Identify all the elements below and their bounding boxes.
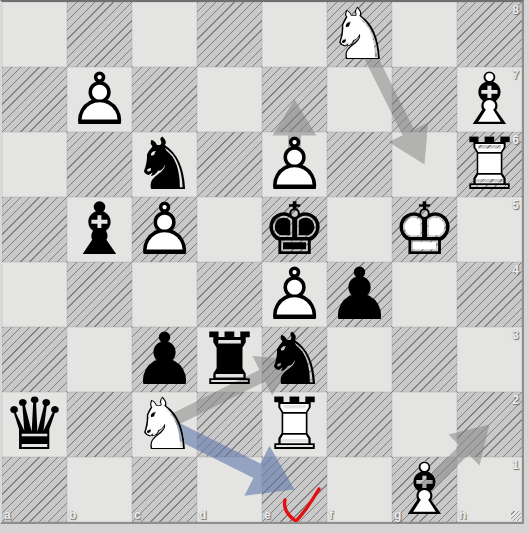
square-c8[interactable] xyxy=(132,2,197,67)
piece-glyph: ♔ xyxy=(392,197,457,262)
square-h5[interactable]: 5 xyxy=(457,197,522,262)
piece-glyph: ♘ xyxy=(327,2,392,67)
file-label-a: a xyxy=(4,508,11,522)
square-g1[interactable]: g♝♗ xyxy=(392,457,457,522)
square-c1[interactable]: c xyxy=(132,457,197,522)
white-knight[interactable]: ♞♘ xyxy=(327,2,392,67)
square-d5[interactable] xyxy=(197,197,262,262)
square-a8[interactable] xyxy=(2,2,67,67)
piece-glyph: ♖ xyxy=(457,132,522,197)
square-a6[interactable] xyxy=(2,132,67,197)
square-d3[interactable]: ♜ xyxy=(197,327,262,392)
file-label-e: e xyxy=(264,508,271,522)
resize-grip[interactable] xyxy=(511,511,521,521)
piece-glyph: ♛ xyxy=(2,392,67,457)
square-g5[interactable]: ♚♔ xyxy=(392,197,457,262)
white-king[interactable]: ♚♔ xyxy=(392,197,457,262)
square-f1[interactable]: f xyxy=(327,457,392,522)
white-knight[interactable]: ♞♘ xyxy=(132,392,197,457)
square-f2[interactable] xyxy=(327,392,392,457)
file-label-d: d xyxy=(199,508,206,522)
rank-label-1: 1 xyxy=(512,458,519,472)
square-g3[interactable] xyxy=(392,327,457,392)
square-g4[interactable] xyxy=(392,262,457,327)
square-c5[interactable]: ♟♙ xyxy=(132,197,197,262)
square-h4[interactable]: 4 xyxy=(457,262,522,327)
square-f4[interactable]: ♟ xyxy=(327,262,392,327)
board-frame: ♞♘8♟♙7♝♗♞♟♙6♜♖♝♟♙♚♚♔5♟♙♟4♟♜♞3♛♞♘♜♖2abcde… xyxy=(0,0,524,524)
square-d7[interactable] xyxy=(197,67,262,132)
square-d6[interactable] xyxy=(197,132,262,197)
square-e1[interactable]: e xyxy=(262,457,327,522)
piece-glyph: ♖ xyxy=(262,392,327,457)
square-a7[interactable] xyxy=(2,67,67,132)
square-b1[interactable]: b xyxy=(67,457,132,522)
file-label-f: f xyxy=(329,508,333,522)
square-b5[interactable]: ♝ xyxy=(67,197,132,262)
square-b7[interactable]: ♟♙ xyxy=(67,67,132,132)
square-f3[interactable] xyxy=(327,327,392,392)
square-h3[interactable]: 3 xyxy=(457,327,522,392)
square-e8[interactable] xyxy=(262,2,327,67)
white-pawn[interactable]: ♟♙ xyxy=(132,197,197,262)
rank-label-2: 2 xyxy=(512,393,519,407)
square-d8[interactable] xyxy=(197,2,262,67)
piece-glyph: ♗ xyxy=(392,457,457,522)
black-bishop[interactable]: ♝ xyxy=(67,197,132,262)
file-label-b: b xyxy=(69,508,76,522)
rank-label-8: 8 xyxy=(512,3,519,17)
black-queen[interactable]: ♛ xyxy=(2,392,67,457)
white-pawn[interactable]: ♟♙ xyxy=(67,67,132,132)
rank-label-3: 3 xyxy=(512,328,519,342)
piece-glyph: ♜ xyxy=(197,327,262,392)
piece-glyph: ♙ xyxy=(67,67,132,132)
square-b2[interactable] xyxy=(67,392,132,457)
square-h6[interactable]: 6♜♖ xyxy=(457,132,522,197)
rank-label-4: 4 xyxy=(512,263,519,277)
white-bishop[interactable]: ♝♗ xyxy=(392,457,457,522)
square-g7[interactable] xyxy=(392,67,457,132)
square-f8[interactable]: ♞♘ xyxy=(327,2,392,67)
square-c2[interactable]: ♞♘ xyxy=(132,392,197,457)
square-b4[interactable] xyxy=(67,262,132,327)
square-d2[interactable] xyxy=(197,392,262,457)
square-a5[interactable] xyxy=(2,197,67,262)
square-h2[interactable]: 2 xyxy=(457,392,522,457)
black-pawn[interactable]: ♟ xyxy=(327,262,392,327)
file-label-h: h xyxy=(459,508,466,522)
white-rook[interactable]: ♜♖ xyxy=(457,132,522,197)
square-a4[interactable] xyxy=(2,262,67,327)
white-rook[interactable]: ♜♖ xyxy=(262,392,327,457)
board-window: ♞♘8♟♙7♝♗♞♟♙6♜♖♝♟♙♚♚♔5♟♙♟4♟♜♞3♛♞♘♜♖2abcde… xyxy=(0,0,529,533)
piece-glyph: ♝ xyxy=(67,197,132,262)
file-label-c: c xyxy=(134,508,141,522)
square-b3[interactable] xyxy=(67,327,132,392)
square-g8[interactable] xyxy=(392,2,457,67)
square-a2[interactable]: ♛ xyxy=(2,392,67,457)
square-a1[interactable]: a xyxy=(2,457,67,522)
chess-board: ♞♘8♟♙7♝♗♞♟♙6♜♖♝♟♙♚♚♔5♟♙♟4♟♜♞3♛♞♘♜♖2abcde… xyxy=(2,2,522,522)
black-rook[interactable]: ♜ xyxy=(197,327,262,392)
piece-glyph: ♙ xyxy=(132,197,197,262)
square-f6[interactable] xyxy=(327,132,392,197)
square-d1[interactable]: d xyxy=(197,457,262,522)
square-e2[interactable]: ♜♖ xyxy=(262,392,327,457)
piece-glyph: ♘ xyxy=(132,392,197,457)
piece-glyph: ♟ xyxy=(327,262,392,327)
square-f7[interactable] xyxy=(327,67,392,132)
